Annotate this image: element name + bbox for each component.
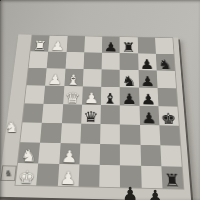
square: ♛: [81, 105, 101, 124]
square: ♜: [120, 37, 138, 53]
square: ♟: [139, 106, 159, 125]
square: [83, 52, 102, 69]
square: [83, 69, 102, 87]
square: [120, 124, 140, 144]
square: ♚: [158, 106, 179, 126]
square: ♟: [82, 86, 101, 105]
square: [100, 144, 120, 165]
square: [120, 53, 138, 70]
white-queen: ♛: [65, 91, 81, 106]
square: [20, 122, 42, 142]
square: [99, 165, 120, 187]
square: [65, 52, 84, 69]
white-pawn: ♟: [84, 91, 100, 106]
black-pawn: ♟: [140, 58, 155, 72]
square: [80, 124, 100, 144]
black-knight: ♞: [122, 74, 137, 88]
white-knight: ♞: [20, 147, 38, 164]
square: [120, 144, 141, 165]
square: ♞: [156, 54, 175, 71]
square: [38, 143, 60, 164]
square: [120, 105, 140, 124]
square: ♝: [64, 69, 83, 87]
square: [27, 68, 47, 86]
square: [25, 85, 46, 104]
square: ♟: [57, 164, 79, 186]
square: ♟: [138, 70, 157, 88]
square: [66, 36, 85, 52]
square: [155, 38, 174, 54]
square: ♛: [63, 86, 83, 105]
square: ♟: [138, 53, 157, 70]
table-speckles: [0, 0, 1, 1]
captured-white-knight-icon: ♞: [4, 120, 21, 135]
black-pawn: ♟: [141, 111, 157, 127]
square: [101, 69, 120, 87]
square: [157, 88, 177, 107]
white-pawn: ♟: [61, 148, 78, 165]
square: [100, 124, 120, 144]
square: [102, 53, 120, 70]
black-pawn: ♟: [104, 41, 118, 54]
square: [44, 86, 64, 105]
square: [141, 166, 163, 188]
black-queen: ♛: [83, 109, 99, 124]
white-pawn: ♟: [47, 73, 63, 87]
square: [140, 125, 161, 145]
black-rook: ♜: [122, 41, 136, 54]
black-rook: ♜: [163, 172, 181, 190]
captured-black-piece-icon: ♟: [147, 186, 163, 200]
black-pawn: ♟: [122, 92, 137, 107]
square: ♟: [120, 87, 139, 106]
chessboard-photo: ♜♟♟♜♟♞♟♝♞♟♛♟♝♟♟♛♟♚♞♟♚♟♜ ♞ ♞ ♟ ♟: [0, 0, 200, 200]
square: [159, 125, 180, 145]
square: ♟: [48, 36, 67, 52]
square: [40, 123, 61, 143]
square: [29, 51, 49, 68]
board-corner-knight-logo-icon: ♞: [0, 165, 16, 181]
square: [61, 104, 81, 123]
captured-black-piece-icon: ♟: [122, 183, 138, 200]
square: [60, 123, 81, 143]
black-pawn: ♟: [141, 92, 157, 107]
square: ♞: [18, 142, 40, 163]
square: ♜: [31, 35, 50, 51]
square: ♟: [59, 143, 80, 164]
square: [137, 37, 155, 53]
white-pawn: ♟: [59, 169, 77, 187]
square: [140, 145, 161, 166]
board-grid: ♜♟♟♜♟♞♟♝♞♟♛♟♝♟♟♛♟♚♞♟♚♟♜: [14, 35, 184, 190]
chess-board: ♜♟♟♜♟♞♟♝♞♟♛♟♝♟♟♛♟♚♞♟♚♟♜ ♞ ♞: [0, 34, 191, 200]
square: [84, 36, 102, 52]
square: [42, 104, 63, 123]
square: [101, 105, 121, 124]
square: ♟: [139, 88, 159, 107]
square: [160, 145, 182, 166]
white-pawn: ♟: [50, 40, 65, 53]
square: ♟: [45, 68, 65, 86]
square: ♝: [101, 87, 120, 106]
square: [78, 164, 99, 186]
black-pawn: ♟: [140, 74, 155, 88]
square: [23, 103, 44, 122]
white-bishop: ♝: [66, 73, 82, 87]
black-bishop: ♝: [103, 91, 118, 106]
white-king: ♚: [18, 168, 36, 186]
square: ♚: [16, 163, 39, 185]
square: ♞: [120, 70, 139, 88]
square: [79, 144, 100, 165]
white-rook: ♜: [32, 39, 47, 52]
square: ♜: [161, 166, 183, 188]
black-king: ♚: [160, 111, 177, 127]
square: ♟: [102, 37, 120, 53]
square: [36, 163, 58, 185]
black-knight: ♞: [158, 58, 173, 72]
square: [47, 52, 66, 69]
square: [156, 70, 176, 88]
